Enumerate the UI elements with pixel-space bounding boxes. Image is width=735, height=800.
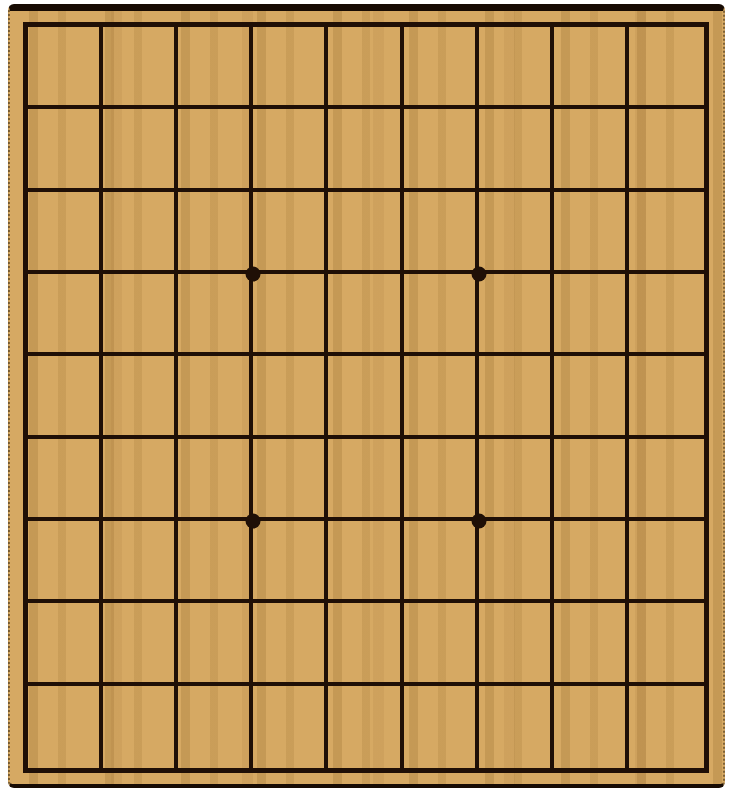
board-cell[interactable] — [328, 439, 403, 521]
board-cell[interactable] — [328, 686, 403, 768]
board-cell[interactable] — [328, 603, 403, 685]
board-cell[interactable] — [328, 521, 403, 603]
board-cell[interactable] — [328, 192, 403, 274]
board-cell[interactable] — [404, 274, 479, 356]
board-cell[interactable] — [629, 521, 704, 603]
board-cell[interactable] — [629, 192, 704, 274]
board-cell[interactable] — [328, 274, 403, 356]
page — [0, 0, 735, 800]
board-cell[interactable] — [629, 274, 704, 356]
board-cell[interactable] — [479, 521, 554, 603]
board-cell[interactable] — [328, 27, 403, 109]
board-cell[interactable] — [103, 356, 178, 438]
board-cell[interactable] — [629, 27, 704, 109]
board-cell[interactable] — [103, 686, 178, 768]
board-cell[interactable] — [253, 27, 328, 109]
board-cell[interactable] — [103, 274, 178, 356]
board-cell[interactable] — [253, 439, 328, 521]
board-cell[interactable] — [28, 603, 103, 685]
board-cell[interactable] — [253, 603, 328, 685]
board-cell[interactable] — [554, 274, 629, 356]
board-cell[interactable] — [404, 109, 479, 191]
board-cell[interactable] — [28, 356, 103, 438]
board-cell[interactable] — [554, 356, 629, 438]
board-cell[interactable] — [253, 686, 328, 768]
board-cell[interactable] — [328, 109, 403, 191]
board-cell[interactable] — [178, 603, 253, 685]
board-cell[interactable] — [554, 686, 629, 768]
board-cell[interactable] — [554, 439, 629, 521]
board-cell[interactable] — [28, 439, 103, 521]
board-cell[interactable] — [479, 274, 554, 356]
board-cell[interactable] — [28, 521, 103, 603]
board-cell[interactable] — [629, 439, 704, 521]
shogi-board — [8, 4, 725, 788]
board-cell[interactable] — [103, 192, 178, 274]
board-cell[interactable] — [178, 356, 253, 438]
board-grid — [23, 22, 709, 773]
board-cell[interactable] — [479, 686, 554, 768]
board-cell[interactable] — [178, 439, 253, 521]
board-cell[interactable] — [629, 603, 704, 685]
board-cell[interactable] — [328, 356, 403, 438]
board-cell[interactable] — [479, 109, 554, 191]
board-cell[interactable] — [253, 356, 328, 438]
board-cell[interactable] — [554, 192, 629, 274]
board-cell[interactable] — [103, 439, 178, 521]
board-cell[interactable] — [404, 192, 479, 274]
board-cell[interactable] — [554, 603, 629, 685]
board-cell[interactable] — [554, 109, 629, 191]
board-cell[interactable] — [404, 439, 479, 521]
board-cell[interactable] — [28, 686, 103, 768]
board-cell[interactable] — [479, 439, 554, 521]
board-cell[interactable] — [404, 603, 479, 685]
board-cell[interactable] — [404, 521, 479, 603]
board-cell[interactable] — [28, 274, 103, 356]
board-cell[interactable] — [178, 686, 253, 768]
board-cell[interactable] — [404, 356, 479, 438]
board-cell[interactable] — [253, 192, 328, 274]
board-cell[interactable] — [479, 192, 554, 274]
board-cell[interactable] — [253, 274, 328, 356]
board-cell[interactable] — [103, 603, 178, 685]
board-cell[interactable] — [629, 686, 704, 768]
board-cell[interactable] — [178, 274, 253, 356]
board-cell[interactable] — [629, 109, 704, 191]
board-cell[interactable] — [103, 521, 178, 603]
board-cell[interactable] — [253, 521, 328, 603]
board-cell[interactable] — [28, 192, 103, 274]
board-cell[interactable] — [103, 109, 178, 191]
board-cell[interactable] — [554, 27, 629, 109]
board-cell[interactable] — [479, 356, 554, 438]
board-cell[interactable] — [178, 521, 253, 603]
board-cell[interactable] — [554, 521, 629, 603]
board-cell[interactable] — [103, 27, 178, 109]
board-cell[interactable] — [253, 109, 328, 191]
board-cell[interactable] — [404, 686, 479, 768]
board-cell[interactable] — [178, 192, 253, 274]
board-cell[interactable] — [479, 27, 554, 109]
board-cell[interactable] — [28, 109, 103, 191]
board-cell[interactable] — [28, 27, 103, 109]
board-cell[interactable] — [178, 109, 253, 191]
board-cell[interactable] — [629, 356, 704, 438]
board-cell[interactable] — [178, 27, 253, 109]
board-cell[interactable] — [404, 27, 479, 109]
board-cell[interactable] — [479, 603, 554, 685]
